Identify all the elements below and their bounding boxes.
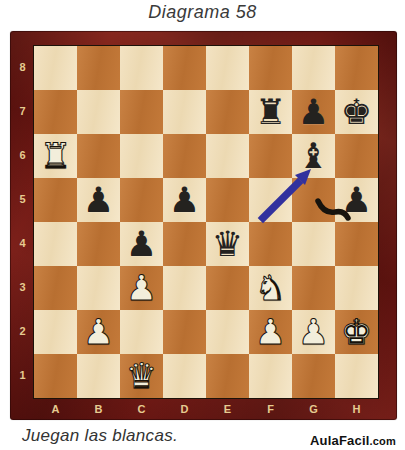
rank-label-8: 8 <box>15 61 30 73</box>
square-f4 <box>249 222 292 266</box>
rank-label-7: 7 <box>15 105 30 117</box>
square-d3 <box>163 266 206 310</box>
square-a8 <box>34 46 77 90</box>
square-a3 <box>34 266 77 310</box>
white-knight-f3: ♞ <box>255 266 286 310</box>
board-frame: ♜♟♚♜♝♟♟♟♟♛♟♞♟♟♟♚♛ 87654321 ABCDEFGH <box>10 31 397 420</box>
black-king-h7: ♚ <box>341 90 372 134</box>
square-g6: ♝ <box>292 134 335 178</box>
square-d1 <box>163 354 206 398</box>
square-d4 <box>163 222 206 266</box>
square-d2 <box>163 310 206 354</box>
file-label-f: F <box>249 403 292 415</box>
white-pawn-g2: ♟ <box>298 310 329 354</box>
square-h3 <box>335 266 378 310</box>
square-f1 <box>249 354 292 398</box>
square-g5 <box>292 178 335 222</box>
square-a2 <box>34 310 77 354</box>
square-e3 <box>206 266 249 310</box>
square-h5: ♟ <box>335 178 378 222</box>
square-e8 <box>206 46 249 90</box>
square-d5: ♟ <box>163 178 206 222</box>
rank-label-6: 6 <box>15 149 30 161</box>
square-c5 <box>120 178 163 222</box>
brand-tld: .com <box>370 435 396 447</box>
square-g1 <box>292 354 335 398</box>
square-d6 <box>163 134 206 178</box>
black-rook-f7: ♜ <box>255 90 286 134</box>
square-e6 <box>206 134 249 178</box>
square-h7: ♚ <box>335 90 378 134</box>
square-g4 <box>292 222 335 266</box>
square-c2 <box>120 310 163 354</box>
square-a7 <box>34 90 77 134</box>
rank-label-4: 4 <box>15 237 30 249</box>
square-h1 <box>335 354 378 398</box>
white-queen-c1: ♛ <box>126 354 157 398</box>
square-a5 <box>34 178 77 222</box>
black-pawn-d5: ♟ <box>169 178 200 222</box>
square-b7 <box>77 90 120 134</box>
file-label-a: A <box>34 403 77 415</box>
square-b3 <box>77 266 120 310</box>
file-label-b: B <box>77 403 120 415</box>
square-h8 <box>335 46 378 90</box>
square-b1 <box>77 354 120 398</box>
aulafacil-logo: AulaFacil.com <box>310 433 396 448</box>
file-label-h: H <box>335 403 378 415</box>
square-e5 <box>206 178 249 222</box>
file-label-c: C <box>120 403 163 415</box>
brand-name: AulaFacil <box>310 433 370 448</box>
square-f8 <box>249 46 292 90</box>
square-c3: ♟ <box>120 266 163 310</box>
board: ♜♟♚♜♝♟♟♟♟♛♟♞♟♟♟♚♛ <box>33 45 379 399</box>
file-label-g: G <box>292 403 335 415</box>
square-e7 <box>206 90 249 134</box>
square-h2: ♚ <box>335 310 378 354</box>
square-f2: ♟ <box>249 310 292 354</box>
square-f3: ♞ <box>249 266 292 310</box>
square-d7 <box>163 90 206 134</box>
square-e4: ♛ <box>206 222 249 266</box>
black-queen-e4: ♛ <box>212 222 243 266</box>
square-g8 <box>292 46 335 90</box>
square-e2 <box>206 310 249 354</box>
black-bishop-g6: ♝ <box>298 134 329 178</box>
square-a1 <box>34 354 77 398</box>
square-g3 <box>292 266 335 310</box>
white-pawn-b2: ♟ <box>83 310 114 354</box>
square-c8 <box>120 46 163 90</box>
caption-turn-indicator: Juegan las blancas. <box>22 426 178 446</box>
square-b6 <box>77 134 120 178</box>
rank-label-5: 5 <box>15 193 30 205</box>
square-h4 <box>335 222 378 266</box>
square-b5: ♟ <box>77 178 120 222</box>
white-pawn-f2: ♟ <box>255 310 286 354</box>
file-label-d: D <box>163 403 206 415</box>
square-b2: ♟ <box>77 310 120 354</box>
square-c4: ♟ <box>120 222 163 266</box>
black-pawn-h5: ♟ <box>341 178 372 222</box>
rank-label-1: 1 <box>15 369 30 381</box>
square-f5 <box>249 178 292 222</box>
square-b4 <box>77 222 120 266</box>
black-pawn-g7: ♟ <box>298 90 329 134</box>
square-f7: ♜ <box>249 90 292 134</box>
white-king-h2: ♚ <box>341 310 372 354</box>
square-g7: ♟ <box>292 90 335 134</box>
square-a6: ♜ <box>34 134 77 178</box>
square-d8 <box>163 46 206 90</box>
square-g2: ♟ <box>292 310 335 354</box>
square-e1 <box>206 354 249 398</box>
black-pawn-c4: ♟ <box>126 222 157 266</box>
square-b8 <box>77 46 120 90</box>
square-f6 <box>249 134 292 178</box>
rank-label-3: 3 <box>15 281 30 293</box>
square-c6 <box>120 134 163 178</box>
black-pawn-b5: ♟ <box>83 178 114 222</box>
square-c7 <box>120 90 163 134</box>
square-h6 <box>335 134 378 178</box>
white-rook-a6: ♜ <box>40 134 71 178</box>
square-a4 <box>34 222 77 266</box>
diagram-title: Diagrama 58 <box>0 2 405 23</box>
file-label-e: E <box>206 403 249 415</box>
rank-label-2: 2 <box>15 325 30 337</box>
white-pawn-c3: ♟ <box>126 266 157 310</box>
square-c1: ♛ <box>120 354 163 398</box>
